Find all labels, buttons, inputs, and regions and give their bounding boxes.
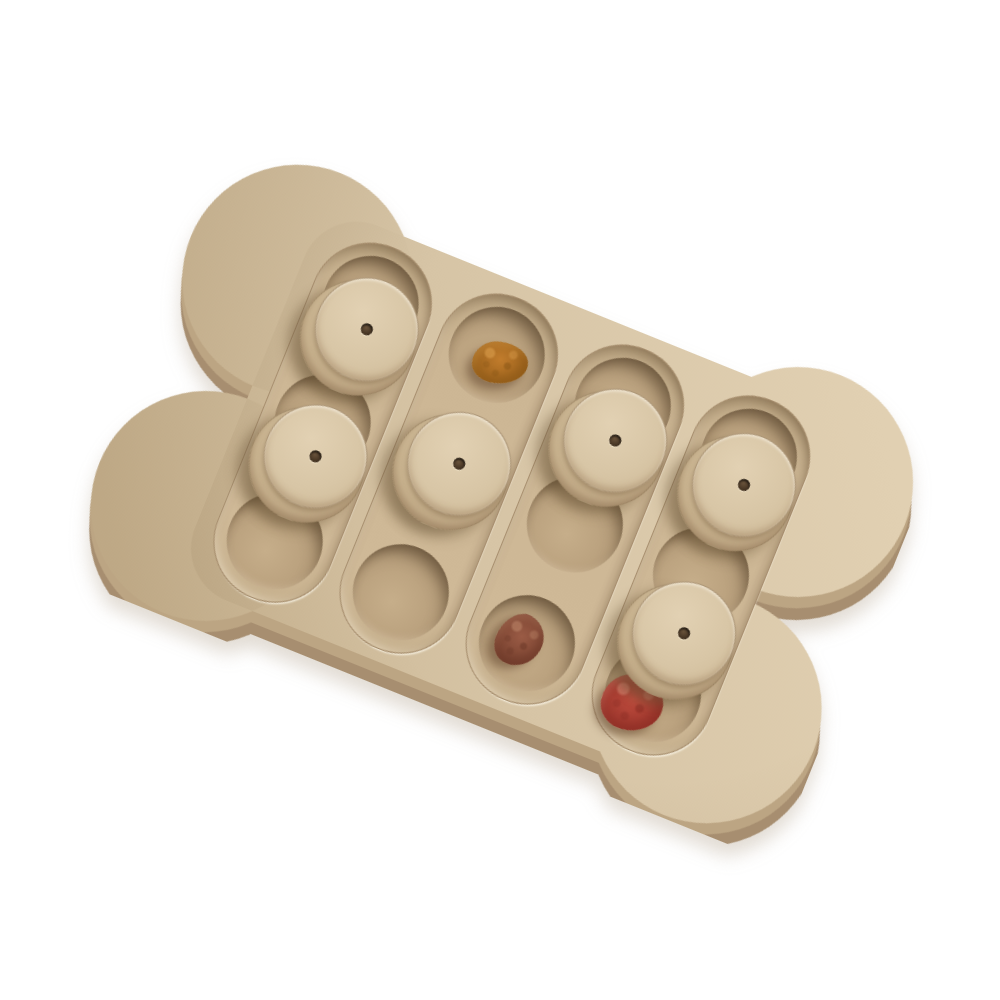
slider-track2-1[interactable] — [376, 397, 524, 545]
pocket-track2-bottom — [338, 530, 463, 655]
slider-center-hole — [676, 625, 692, 641]
slider-center-hole — [736, 477, 752, 493]
slider-center-hole — [308, 449, 324, 465]
slider-center-hole — [359, 322, 375, 338]
slider-center-hole — [451, 456, 467, 472]
slider-center-hole — [608, 433, 624, 449]
bone-puzzle-board — [50, 125, 953, 862]
product-photo-canvas — [0, 0, 1000, 1000]
